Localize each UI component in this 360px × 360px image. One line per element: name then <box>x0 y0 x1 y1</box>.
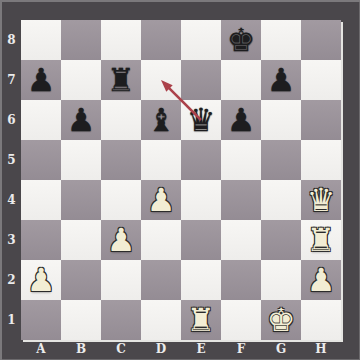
square-a7[interactable]: ♟ <box>21 60 61 100</box>
file-label-d: D <box>141 340 181 360</box>
square-d4[interactable]: ♟ <box>141 180 181 220</box>
file-label-e: E <box>181 340 221 360</box>
square-g1[interactable]: ♚ <box>261 300 301 340</box>
square-h3[interactable]: ♜ <box>301 220 341 260</box>
square-a2[interactable]: ♟ <box>21 260 61 300</box>
square-g6[interactable] <box>261 100 301 140</box>
square-h2[interactable]: ♟ <box>301 260 341 300</box>
black-bishop-piece[interactable]: ♝ <box>147 100 176 140</box>
square-a6[interactable] <box>21 100 61 140</box>
white-pawn-piece[interactable]: ♟ <box>147 180 176 220</box>
square-b7[interactable] <box>61 60 101 100</box>
square-c6[interactable] <box>101 100 141 140</box>
square-f1[interactable] <box>221 300 261 340</box>
square-f8[interactable]: ♚ <box>221 20 261 60</box>
square-g7[interactable]: ♟ <box>261 60 301 100</box>
rank-label-3: 3 <box>0 220 21 260</box>
black-king-piece[interactable]: ♚ <box>227 20 256 60</box>
square-e6[interactable]: ♛ <box>181 100 221 140</box>
white-rook-piece[interactable]: ♜ <box>187 300 216 340</box>
square-d3[interactable] <box>141 220 181 260</box>
square-d6[interactable]: ♝ <box>141 100 181 140</box>
white-king-piece[interactable]: ♚ <box>267 300 296 340</box>
black-queen-piece[interactable]: ♛ <box>187 100 216 140</box>
square-e1[interactable]: ♜ <box>181 300 221 340</box>
square-b4[interactable] <box>61 180 101 220</box>
square-f3[interactable] <box>221 220 261 260</box>
square-e3[interactable] <box>181 220 221 260</box>
square-c5[interactable] <box>101 140 141 180</box>
file-label-c: C <box>101 340 141 360</box>
chess-diagram-frame: 87654321 ♚♟♜♟♟♝♛♟♟♛♟♜♟♟♜♚ ABCDEFGH <box>0 0 360 360</box>
square-d5[interactable] <box>141 140 181 180</box>
square-h5[interactable] <box>301 140 341 180</box>
file-label-a: A <box>21 340 61 360</box>
white-pawn-piece[interactable]: ♟ <box>307 260 336 300</box>
square-c1[interactable] <box>101 300 141 340</box>
rank-label-7: 7 <box>0 60 21 100</box>
black-pawn-piece[interactable]: ♟ <box>227 100 256 140</box>
square-h6[interactable] <box>301 100 341 140</box>
square-g2[interactable] <box>261 260 301 300</box>
square-g4[interactable] <box>261 180 301 220</box>
square-e2[interactable] <box>181 260 221 300</box>
square-a1[interactable] <box>21 300 61 340</box>
board: ♚♟♜♟♟♝♛♟♟♛♟♜♟♟♜♚ <box>21 20 341 340</box>
black-pawn-piece[interactable]: ♟ <box>67 100 96 140</box>
square-h4[interactable]: ♛ <box>301 180 341 220</box>
white-pawn-piece[interactable]: ♟ <box>107 220 136 260</box>
white-queen-piece[interactable]: ♛ <box>307 180 336 220</box>
square-e7[interactable] <box>181 60 221 100</box>
square-c4[interactable] <box>101 180 141 220</box>
rank-labels: 87654321 <box>0 20 21 340</box>
square-f6[interactable]: ♟ <box>221 100 261 140</box>
file-label-g: G <box>261 340 301 360</box>
square-g8[interactable] <box>261 20 301 60</box>
file-label-f: F <box>221 340 261 360</box>
square-h7[interactable] <box>301 60 341 100</box>
square-h8[interactable] <box>301 20 341 60</box>
white-rook-piece[interactable]: ♜ <box>307 220 336 260</box>
square-c8[interactable] <box>101 20 141 60</box>
square-b6[interactable]: ♟ <box>61 100 101 140</box>
square-a4[interactable] <box>21 180 61 220</box>
rank-label-8: 8 <box>0 20 21 60</box>
square-b8[interactable] <box>61 20 101 60</box>
black-rook-piece[interactable]: ♜ <box>107 60 136 100</box>
square-e4[interactable] <box>181 180 221 220</box>
square-c3[interactable]: ♟ <box>101 220 141 260</box>
rank-label-1: 1 <box>0 300 21 340</box>
square-c2[interactable] <box>101 260 141 300</box>
square-a8[interactable] <box>21 20 61 60</box>
square-b2[interactable] <box>61 260 101 300</box>
square-f5[interactable] <box>221 140 261 180</box>
square-b3[interactable] <box>61 220 101 260</box>
square-a5[interactable] <box>21 140 61 180</box>
square-h1[interactable] <box>301 300 341 340</box>
square-f4[interactable] <box>221 180 261 220</box>
square-g5[interactable] <box>261 140 301 180</box>
file-label-h: H <box>301 340 341 360</box>
square-d2[interactable] <box>141 260 181 300</box>
rank-label-4: 4 <box>0 180 21 220</box>
square-b5[interactable] <box>61 140 101 180</box>
square-b1[interactable] <box>61 300 101 340</box>
square-e8[interactable] <box>181 20 221 60</box>
rank-label-5: 5 <box>0 140 21 180</box>
square-g3[interactable] <box>261 220 301 260</box>
file-label-b: B <box>61 340 101 360</box>
square-e5[interactable] <box>181 140 221 180</box>
file-labels: ABCDEFGH <box>21 340 341 360</box>
square-a3[interactable] <box>21 220 61 260</box>
rank-label-2: 2 <box>0 260 21 300</box>
black-pawn-piece[interactable]: ♟ <box>27 60 56 100</box>
square-d8[interactable] <box>141 20 181 60</box>
square-d7[interactable] <box>141 60 181 100</box>
square-f2[interactable] <box>221 260 261 300</box>
square-d1[interactable] <box>141 300 181 340</box>
rank-label-6: 6 <box>0 100 21 140</box>
white-pawn-piece[interactable]: ♟ <box>27 260 56 300</box>
black-pawn-piece[interactable]: ♟ <box>267 60 296 100</box>
square-c7[interactable]: ♜ <box>101 60 141 100</box>
square-f7[interactable] <box>221 60 261 100</box>
